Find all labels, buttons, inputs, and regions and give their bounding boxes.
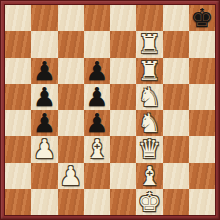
square-f8[interactable] — [136, 5, 162, 31]
square-h1[interactable] — [189, 189, 215, 215]
square-b5[interactable]: ♟ — [31, 84, 57, 110]
board-frame: ♚♜♟♟♜♟♟♞♟♟♞♟♝♛♟♝♚ — [0, 0, 220, 220]
square-b6[interactable]: ♟ — [31, 58, 57, 84]
square-g2[interactable] — [163, 163, 189, 189]
square-b3[interactable]: ♟ — [31, 136, 57, 162]
square-a4[interactable] — [5, 110, 31, 136]
black-pawn[interactable]: ♟ — [33, 110, 56, 136]
square-f4[interactable]: ♞ — [136, 110, 162, 136]
square-e7[interactable] — [110, 31, 136, 57]
square-e8[interactable] — [110, 5, 136, 31]
square-a3[interactable] — [5, 136, 31, 162]
square-d4[interactable]: ♟ — [84, 110, 110, 136]
white-queen[interactable]: ♛ — [138, 136, 161, 162]
black-pawn[interactable]: ♟ — [33, 58, 56, 84]
square-g8[interactable] — [163, 5, 189, 31]
square-b2[interactable] — [31, 163, 57, 189]
square-e5[interactable] — [110, 84, 136, 110]
square-g3[interactable] — [163, 136, 189, 162]
square-b7[interactable] — [31, 31, 57, 57]
square-c3[interactable] — [58, 136, 84, 162]
square-c2[interactable]: ♟ — [58, 163, 84, 189]
black-pawn[interactable]: ♟ — [33, 84, 56, 110]
square-f2[interactable]: ♝ — [136, 163, 162, 189]
square-b8[interactable] — [31, 5, 57, 31]
square-f6[interactable]: ♜ — [136, 58, 162, 84]
square-d2[interactable] — [84, 163, 110, 189]
square-a5[interactable] — [5, 84, 31, 110]
square-f1[interactable]: ♚ — [136, 189, 162, 215]
white-knight[interactable]: ♞ — [138, 84, 161, 110]
square-c4[interactable] — [58, 110, 84, 136]
square-c8[interactable] — [58, 5, 84, 31]
square-h7[interactable] — [189, 31, 215, 57]
square-h6[interactable] — [189, 58, 215, 84]
chess-board: ♚♜♟♟♜♟♟♞♟♟♞♟♝♛♟♝♚ — [5, 5, 215, 215]
square-g7[interactable] — [163, 31, 189, 57]
square-a2[interactable] — [5, 163, 31, 189]
square-h4[interactable] — [189, 110, 215, 136]
square-d6[interactable]: ♟ — [84, 58, 110, 84]
square-h2[interactable] — [189, 163, 215, 189]
white-pawn[interactable]: ♟ — [33, 136, 56, 162]
square-h3[interactable] — [189, 136, 215, 162]
square-a7[interactable] — [5, 31, 31, 57]
white-bishop[interactable]: ♝ — [138, 163, 161, 189]
square-g4[interactable] — [163, 110, 189, 136]
square-e6[interactable] — [110, 58, 136, 84]
square-g5[interactable] — [163, 84, 189, 110]
square-b4[interactable]: ♟ — [31, 110, 57, 136]
square-g6[interactable] — [163, 58, 189, 84]
white-bishop[interactable]: ♝ — [85, 136, 108, 162]
square-h5[interactable] — [189, 84, 215, 110]
square-e4[interactable] — [110, 110, 136, 136]
white-rook[interactable]: ♜ — [138, 58, 161, 84]
white-pawn[interactable]: ♟ — [59, 163, 82, 189]
black-pawn[interactable]: ♟ — [85, 84, 108, 110]
square-d7[interactable] — [84, 31, 110, 57]
square-a8[interactable] — [5, 5, 31, 31]
square-e3[interactable] — [110, 136, 136, 162]
white-king[interactable]: ♚ — [138, 189, 161, 215]
square-a6[interactable] — [5, 58, 31, 84]
square-f3[interactable]: ♛ — [136, 136, 162, 162]
square-h8[interactable]: ♚ — [189, 5, 215, 31]
square-f5[interactable]: ♞ — [136, 84, 162, 110]
square-c5[interactable] — [58, 84, 84, 110]
white-knight[interactable]: ♞ — [138, 110, 161, 136]
square-d3[interactable]: ♝ — [84, 136, 110, 162]
square-d5[interactable]: ♟ — [84, 84, 110, 110]
black-pawn[interactable]: ♟ — [85, 110, 108, 136]
square-c6[interactable] — [58, 58, 84, 84]
square-e2[interactable] — [110, 163, 136, 189]
square-e1[interactable] — [110, 189, 136, 215]
square-f7[interactable]: ♜ — [136, 31, 162, 57]
square-a1[interactable] — [5, 189, 31, 215]
square-d8[interactable] — [84, 5, 110, 31]
black-king[interactable]: ♚ — [190, 5, 213, 31]
black-pawn[interactable]: ♟ — [85, 58, 108, 84]
square-g1[interactable] — [163, 189, 189, 215]
square-c7[interactable] — [58, 31, 84, 57]
square-d1[interactable] — [84, 189, 110, 215]
square-b1[interactable] — [31, 189, 57, 215]
square-c1[interactable] — [58, 189, 84, 215]
white-rook[interactable]: ♜ — [138, 31, 161, 57]
